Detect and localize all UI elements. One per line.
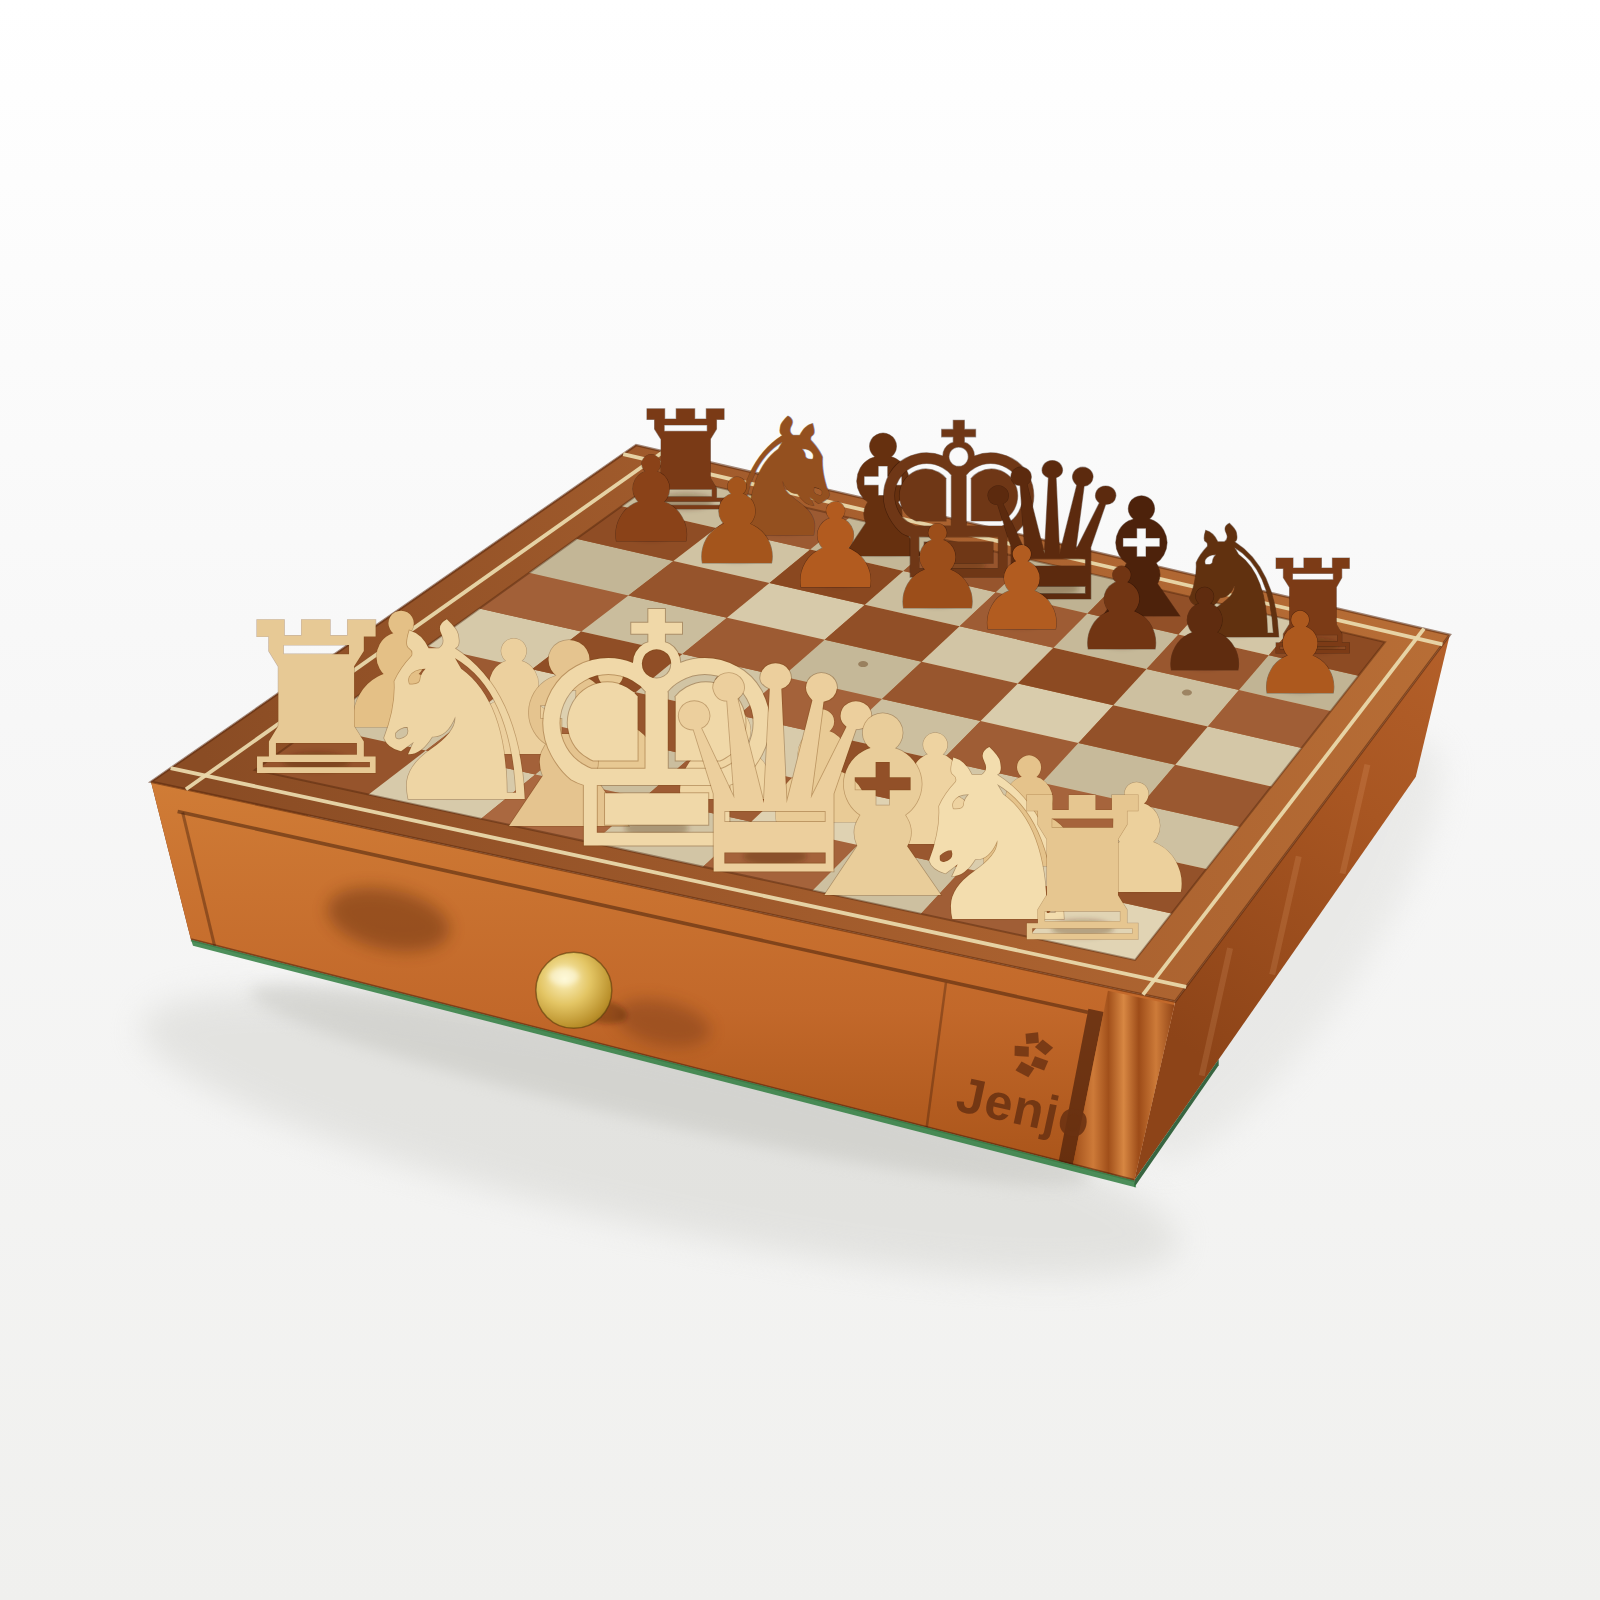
piece-white-rook-h1[interactable]: ♜ <box>994 756 1171 986</box>
piece-black-pawn-g7[interactable]: ♟ <box>1154 565 1255 697</box>
piece-black-pawn-e7[interactable]: ♟ <box>970 522 1073 656</box>
drawer-knob[interactable] <box>536 952 612 1028</box>
piece-black-pawn-h7[interactable]: ♟ <box>1250 589 1351 720</box>
knob-glint <box>549 967 579 985</box>
product-photo: Jenjo♜♞♟♝♟♚♟♛♟♝♟♞♟♜♟♟♟♟♜♟♞♟♝♟♚♟♛♟♝♟♞♜ <box>0 0 1600 1600</box>
chess-set-svg: Jenjo♜♞♟♝♟♚♟♛♟♝♟♞♟♜♟♟♟♟♜♟♞♟♝♟♚♟♛♟♝♟♞♜ <box>0 0 1600 1600</box>
